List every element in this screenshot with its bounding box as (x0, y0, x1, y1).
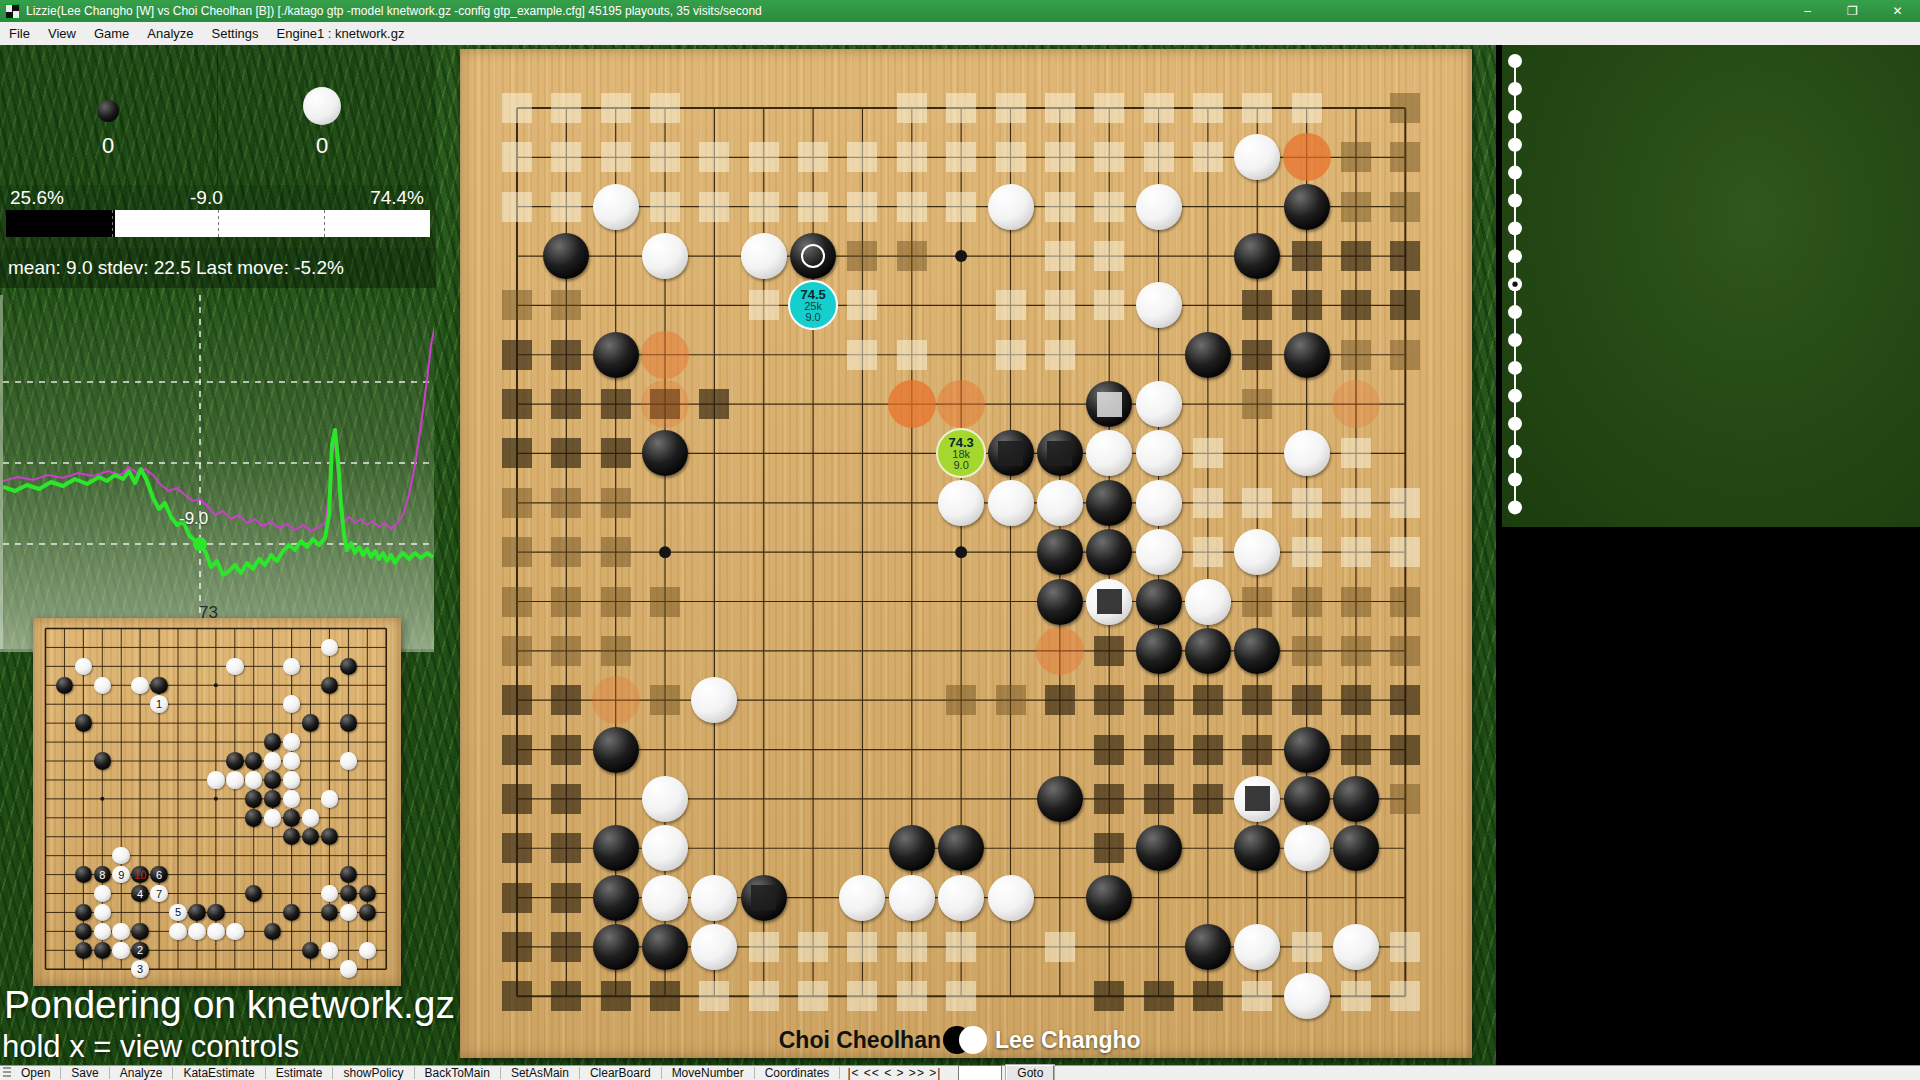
stone-white (1136, 430, 1182, 476)
pv-move-2: 2 (131, 942, 149, 960)
goto-move-input[interactable] (958, 1065, 1002, 1080)
tree-node (1508, 54, 1522, 68)
ownership-square (996, 290, 1026, 320)
tree-node (1508, 110, 1522, 124)
close-button[interactable]: ✕ (1875, 0, 1920, 22)
toolbar-kataestimate[interactable]: KataEstimate (173, 1066, 264, 1080)
sub-stone-black (340, 658, 358, 676)
last-move-marker (801, 244, 825, 268)
ownership-square (502, 290, 532, 320)
ownership-square (1045, 932, 1075, 962)
estimate-mark (998, 441, 1023, 466)
black-winrate: 25.6% (10, 187, 64, 209)
tree-node (1508, 445, 1522, 459)
ownership-square (1144, 142, 1174, 172)
pondering-status: Pondering on knetwork.gz (4, 983, 455, 1027)
ownership-square (897, 93, 927, 123)
ownership-square (551, 685, 581, 715)
sub-stone-white (283, 733, 301, 751)
sub-stone-white (226, 923, 244, 941)
ownership-square (1341, 142, 1371, 172)
stone-white (1284, 973, 1330, 1019)
goto-button[interactable]: Goto (1006, 1065, 1054, 1080)
ownership-square (798, 981, 828, 1011)
sub-stone-white (302, 809, 320, 827)
ownership-square (1341, 241, 1371, 271)
sub-stone-white (340, 752, 358, 770)
white-player-name: Lee Changho (995, 1027, 1141, 1054)
ownership-square (1193, 142, 1223, 172)
tree-node (1508, 500, 1522, 514)
stone-white (1136, 184, 1182, 230)
tree-node (1508, 305, 1522, 319)
sub-stone-black (150, 677, 168, 695)
pv-move-4: 4 (131, 885, 149, 903)
ownership-square (601, 389, 631, 419)
ownership-square (1242, 389, 1272, 419)
stone-black (1136, 628, 1182, 674)
tree-node (1508, 473, 1522, 487)
ownership-square (798, 192, 828, 222)
stone-black (593, 727, 639, 773)
ownership-square (1292, 93, 1322, 123)
ownership-square (1144, 981, 1174, 1011)
ownership-square (1193, 735, 1223, 765)
estimate-mark (1097, 589, 1122, 614)
ownership-square (946, 685, 976, 715)
black-player-name: Choi Cheolhan (779, 1027, 941, 1054)
stone-black (1086, 529, 1132, 575)
ownership-square (1094, 290, 1124, 320)
stone-white (1037, 480, 1083, 526)
ownership-square (798, 932, 828, 962)
stone-black (1185, 628, 1231, 674)
sub-stone-white (321, 790, 339, 808)
recent-move-mark (937, 380, 985, 428)
menu-game[interactable]: Game (85, 22, 138, 45)
winrate-row: 25.6% -9.0 74.4% (0, 185, 436, 248)
minimize-button[interactable]: – (1785, 0, 1830, 22)
ownership-square (1193, 537, 1223, 567)
ownership-square (1242, 587, 1272, 617)
white-stone-icon (959, 1026, 987, 1054)
pv-move-6: 6 (150, 866, 168, 884)
toolbar-movenumber[interactable]: MoveNumber (662, 1066, 754, 1080)
ownership-square (650, 587, 680, 617)
ownership-square (551, 833, 581, 863)
ownership-square (897, 192, 927, 222)
stone-white (642, 875, 688, 921)
ownership-square (1390, 537, 1420, 567)
stone-black (1234, 628, 1280, 674)
ownership-square (1193, 784, 1223, 814)
ownership-square (1341, 636, 1371, 666)
stone-white (1284, 825, 1330, 871)
ownership-square (1292, 587, 1322, 617)
recent-move-mark (1283, 133, 1331, 181)
ownership-square (502, 340, 532, 370)
ownership-square (897, 142, 927, 172)
ownership-square (847, 981, 877, 1011)
ownership-square (946, 932, 976, 962)
ownership-square (551, 93, 581, 123)
stone-black (1037, 776, 1083, 822)
ownership-square (502, 636, 532, 666)
stone-black (1136, 579, 1182, 625)
ownership-square (1094, 784, 1124, 814)
ownership-square (551, 784, 581, 814)
ownership-square (650, 142, 680, 172)
sub-stone-white (283, 752, 301, 770)
sub-stone-white (169, 923, 187, 941)
menu-bar: FileViewGameAnalyzeSettingsEngine1 : kne… (0, 22, 1920, 46)
ownership-square (1144, 93, 1174, 123)
ownership-square (502, 587, 532, 617)
tree-node (1508, 138, 1522, 152)
stone-black (1284, 332, 1330, 378)
ownership-square (502, 685, 532, 715)
maximize-button[interactable]: ❐ (1830, 0, 1875, 22)
stone-black (642, 924, 688, 970)
window-title: Lizzie(Lee Changho [W] vs Choi Cheolhan … (26, 4, 762, 18)
ownership-square (601, 488, 631, 518)
recent-move-mark (641, 331, 689, 379)
sub-stone-black (340, 714, 358, 732)
winrate-bar (6, 210, 430, 237)
ownership-square (1341, 192, 1371, 222)
sub-stone-black (245, 790, 263, 808)
sub-stone-white (94, 677, 112, 695)
ownership-square (1193, 93, 1223, 123)
menu-view[interactable]: View (39, 22, 85, 45)
sub-stone-white (94, 904, 112, 922)
stone-white (741, 233, 787, 279)
stone-black (593, 825, 639, 871)
ownership-square (1390, 241, 1420, 271)
ownership-square (551, 488, 581, 518)
toolbar-showpolicy[interactable]: showPolicy (333, 1066, 413, 1080)
ownership-square (1193, 981, 1223, 1011)
ownership-square (502, 981, 532, 1011)
ownership-square (1242, 488, 1272, 518)
ownership-square (1094, 735, 1124, 765)
ownership-square (699, 192, 729, 222)
ownership-square (502, 735, 532, 765)
recent-move-mark (1332, 380, 1380, 428)
sub-stone-white (131, 677, 149, 695)
ownership-square (1390, 932, 1420, 962)
ownership-square (749, 192, 779, 222)
tree-node (1508, 221, 1522, 235)
sub-stone-white (207, 923, 225, 941)
stone-white (988, 480, 1034, 526)
ownership-square (1292, 685, 1322, 715)
pv-move-1: 1 (150, 695, 168, 713)
stone-white (1185, 579, 1231, 625)
move-tree-panel[interactable] (1502, 45, 1920, 527)
ownership-square (1094, 241, 1124, 271)
ownership-square (502, 389, 532, 419)
app-icon (5, 4, 20, 19)
ownership-square (650, 685, 680, 715)
recent-move-mark (1036, 627, 1084, 675)
ownership-square (1390, 192, 1420, 222)
ownership-square (1242, 735, 1272, 765)
black-captures-count: 0 (78, 133, 138, 159)
ownership-square (996, 93, 1026, 123)
main-area: 0 0 25.6% -9.0 74.4% mean: 9.0 stdev: 22… (0, 45, 1920, 1065)
ownership-square (601, 537, 631, 567)
toolbar-analyze[interactable]: Analyze (110, 1066, 173, 1080)
stone-black (1037, 579, 1083, 625)
ownership-square (699, 981, 729, 1011)
ownership-square (1341, 685, 1371, 715)
sub-stone-white (283, 771, 301, 789)
winrate-graph[interactable]: -9.0 73 (0, 295, 434, 652)
ownership-square (601, 981, 631, 1011)
black-capture-stone-icon (97, 100, 119, 122)
lizzie-window: Lizzie(Lee Changho [W] vs Choi Cheolhan … (0, 0, 1920, 1080)
ownership-square (847, 241, 877, 271)
ownership-square (1341, 537, 1371, 567)
move-nav-cluster[interactable]: |< << < > >> >| (840, 1066, 948, 1080)
ownership-square (847, 290, 877, 320)
ownership-square (1045, 290, 1075, 320)
ownership-square (1045, 142, 1075, 172)
ownership-square (502, 438, 532, 468)
sub-stone-white (94, 923, 112, 941)
player-bar: Choi Cheolhan Lee Changho (460, 1024, 1472, 1058)
stone-black (1086, 875, 1132, 921)
sub-stone-black (94, 942, 112, 960)
stone-white (593, 184, 639, 230)
ownership-square (601, 587, 631, 617)
stone-white (938, 480, 984, 526)
ownership-square (1242, 340, 1272, 370)
ownership-square (1242, 981, 1272, 1011)
ownership-square (1341, 290, 1371, 320)
ownership-square (551, 587, 581, 617)
ownership-square (1292, 537, 1322, 567)
ownership-square (551, 981, 581, 1011)
sub-stone-black (264, 790, 282, 808)
ownership-square (1390, 290, 1420, 320)
stone-white (1136, 480, 1182, 526)
stone-white (988, 875, 1034, 921)
stone-black (1284, 776, 1330, 822)
menu-engine1-knetwork-gz[interactable]: Engine1 : knetwork.gz (268, 22, 414, 45)
tree-node (1508, 361, 1522, 375)
ownership-square (1045, 340, 1075, 370)
stone-white (691, 924, 737, 970)
ownership-square (551, 883, 581, 913)
sub-stone-white (226, 658, 244, 676)
sub-stone-black (245, 809, 263, 827)
ownership-square (502, 192, 532, 222)
ownership-square (1094, 93, 1124, 123)
ownership-square (749, 981, 779, 1011)
stone-white (691, 875, 737, 921)
stone-white (1136, 529, 1182, 575)
ownership-square (601, 93, 631, 123)
pv-move-10: 10 (131, 866, 149, 884)
recent-move-mark (888, 380, 936, 428)
ownership-square (847, 340, 877, 370)
ownership-square (1045, 685, 1075, 715)
sub-stone-black (302, 714, 320, 732)
stone-white (642, 233, 688, 279)
ownership-square (502, 142, 532, 172)
sub-stone-black (264, 771, 282, 789)
menu-settings[interactable]: Settings (203, 22, 268, 45)
title-bar: Lizzie(Lee Changho [W] vs Choi Cheolhan … (0, 0, 1920, 22)
toolbar-setasmain[interactable]: SetAsMain (501, 1066, 579, 1080)
ownership-square (1390, 340, 1420, 370)
ownership-square (897, 981, 927, 1011)
ownership-square (996, 340, 1026, 370)
ownership-square (946, 93, 976, 123)
recent-move-mark (592, 676, 640, 724)
tree-node (1508, 194, 1522, 208)
toolbar-open[interactable]: Open (11, 1066, 60, 1080)
ownership-square (650, 981, 680, 1011)
toolbar-estimate[interactable]: Estimate (266, 1066, 333, 1080)
tree-node (1508, 82, 1522, 96)
ownership-square (650, 192, 680, 222)
pv-move-5: 5 (169, 904, 187, 922)
ownership-square (699, 389, 729, 419)
ownership-square (1094, 636, 1124, 666)
ownership-square (502, 932, 532, 962)
ownership-square (551, 389, 581, 419)
stone-white (938, 875, 984, 921)
ownership-square (749, 932, 779, 962)
ownership-square (1341, 981, 1371, 1011)
sub-stone-black (359, 904, 377, 922)
ownership-square (946, 981, 976, 1011)
ownership-square (1390, 488, 1420, 518)
stone-black (1333, 825, 1379, 871)
ownership-square (1341, 735, 1371, 765)
ownership-square (798, 142, 828, 172)
ownership-square (1094, 685, 1124, 715)
ownership-square (1390, 636, 1420, 666)
toolbar-backtomain[interactable]: BackToMain (415, 1066, 500, 1080)
stone-black (1086, 480, 1132, 526)
ownership-square (1292, 241, 1322, 271)
ownership-square (749, 290, 779, 320)
recent-move-mark (641, 380, 689, 428)
stone-black (1234, 233, 1280, 279)
sub-stone-white (245, 771, 263, 789)
ownership-square (897, 932, 927, 962)
variation-preview-board: 12345678910 (33, 618, 401, 986)
sub-stone-black (207, 904, 225, 922)
stone-white (1284, 430, 1330, 476)
ownership-square (1390, 784, 1420, 814)
ownership-square (1144, 685, 1174, 715)
ownership-square (502, 833, 532, 863)
stone-black (1284, 727, 1330, 773)
ownership-square (699, 142, 729, 172)
ownership-square (650, 93, 680, 123)
ownership-square (1390, 587, 1420, 617)
stone-black (1037, 529, 1083, 575)
sub-stone-white (283, 790, 301, 808)
ownership-square (1341, 587, 1371, 617)
ownership-square (551, 340, 581, 370)
sub-stone-black (321, 677, 339, 695)
toolbar-coordinates[interactable]: Coordinates (755, 1066, 840, 1080)
ownership-square (1242, 93, 1272, 123)
sub-stone-black (188, 904, 206, 922)
score-lead: -9.0 (190, 187, 223, 209)
sub-stone-white (112, 923, 130, 941)
ownership-square (1242, 685, 1272, 715)
controls-hint: hold x = view controls (2, 1029, 299, 1065)
ownership-square (1390, 735, 1420, 765)
stone-white (988, 184, 1034, 230)
ownership-square (847, 932, 877, 962)
sub-stone-black (245, 752, 263, 770)
sub-stone-white (340, 960, 358, 978)
sub-stone-white (188, 923, 206, 941)
ownership-square (946, 142, 976, 172)
tree-node (1508, 249, 1522, 263)
stone-black (1284, 184, 1330, 230)
sub-stone-white (264, 752, 282, 770)
sub-stone-black (75, 923, 93, 941)
tree-node (1508, 166, 1522, 180)
estimate-mark (1097, 392, 1122, 417)
ownership-square (996, 685, 1026, 715)
go-board[interactable]: 74.525k9.074.318k9.0 Choi Cheolhan Lee C… (460, 49, 1472, 1058)
menu-file[interactable]: File (0, 22, 39, 45)
ownership-square (847, 192, 877, 222)
sub-stone-black (131, 923, 149, 941)
pv-move-3: 3 (131, 960, 149, 978)
ownership-square (1094, 192, 1124, 222)
ownership-square (847, 142, 877, 172)
ownership-square (1292, 290, 1322, 320)
tree-node (1508, 417, 1522, 431)
ownership-square (1292, 636, 1322, 666)
sub-stone-white (112, 942, 130, 960)
stone-white (1136, 381, 1182, 427)
tree-current-node (1512, 282, 1517, 287)
ownership-square (601, 438, 631, 468)
ownership-square (1094, 981, 1124, 1011)
toolbar-clearboard[interactable]: ClearBoard (580, 1066, 661, 1080)
ownership-square (1144, 735, 1174, 765)
stone-white (642, 776, 688, 822)
ownership-square (601, 636, 631, 666)
ownership-square (502, 883, 532, 913)
ownership-square (551, 537, 581, 567)
ownership-square (897, 241, 927, 271)
stone-white (1234, 924, 1280, 970)
estimate-mark (1047, 441, 1072, 466)
ownership-square (897, 340, 927, 370)
toolbar-save[interactable]: Save (61, 1066, 108, 1080)
ownership-square (1242, 290, 1272, 320)
ownership-square (1193, 488, 1223, 518)
menu-analyze[interactable]: Analyze (138, 22, 202, 45)
sub-stone-black (56, 677, 74, 695)
toolbar-grip[interactable] (3, 1067, 11, 1079)
ownership-square (551, 735, 581, 765)
ownership-square (551, 932, 581, 962)
